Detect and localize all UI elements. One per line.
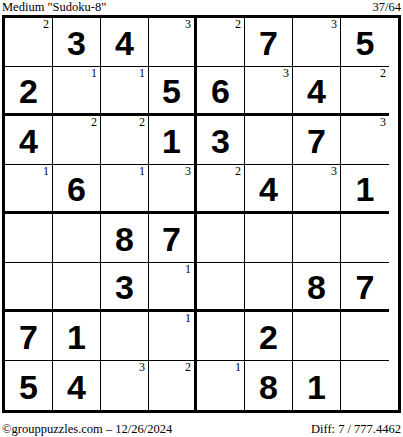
cell-value: 1 xyxy=(356,172,375,206)
cell-r1c2[interactable]: 3 xyxy=(53,18,101,67)
cell-value: 5 xyxy=(162,74,181,108)
cell-r4c7[interactable]: 3 xyxy=(293,165,341,214)
cell-r5c4[interactable]: 7 xyxy=(149,214,197,263)
pencil-mark: 2 xyxy=(185,361,191,374)
pencil-mark: 2 xyxy=(235,18,241,31)
pencil-mark: 3 xyxy=(139,361,145,374)
cell-r3c6[interactable] xyxy=(245,116,293,165)
cell-r1c7[interactable]: 3 xyxy=(293,18,341,67)
cell-r5c7[interactable] xyxy=(293,214,341,263)
cell-r8c7[interactable]: 1 xyxy=(293,361,341,410)
cell-value: 7 xyxy=(162,222,181,256)
cell-r6c6[interactable] xyxy=(245,263,293,312)
cell-r5c5[interactable] xyxy=(197,214,245,263)
pencil-mark: 3 xyxy=(331,165,337,178)
cell-r8c6[interactable]: 8 xyxy=(245,361,293,410)
cell-value: 8 xyxy=(307,270,326,304)
cell-value: 7 xyxy=(259,26,278,60)
cell-r8c5[interactable]: 1 xyxy=(197,361,245,410)
pencil-mark: 2 xyxy=(43,18,49,31)
cell-r7c1[interactable]: 7 xyxy=(5,312,53,361)
pencil-mark: 3 xyxy=(380,116,386,129)
pencil-mark: 3 xyxy=(185,165,191,178)
header: Medium "Sudoku-8" 37/64 xyxy=(0,0,403,14)
cell-value: 6 xyxy=(211,74,230,108)
cell-r1c1[interactable]: 2 xyxy=(5,18,53,67)
cell-r5c8[interactable] xyxy=(341,214,389,263)
pencil-mark: 1 xyxy=(43,165,49,178)
cell-r2c2[interactable]: 1 xyxy=(53,67,101,116)
cell-r4c3[interactable]: 1 xyxy=(101,165,149,214)
cell-value: 4 xyxy=(19,124,38,158)
footer: ©grouppuzzles.com – 12/26/2024 Diff: 7 /… xyxy=(0,422,403,437)
cell-value: 2 xyxy=(19,74,38,108)
cell-r6c8[interactable]: 7 xyxy=(341,263,389,312)
copyright-date-text: ©grouppuzzles.com – 12/26/2024 xyxy=(2,423,172,436)
cell-value: 1 xyxy=(162,124,181,158)
cell-value: 1 xyxy=(67,320,86,354)
cell-r7c2[interactable]: 1 xyxy=(53,312,101,361)
cell-r8c8[interactable] xyxy=(341,361,389,410)
cell-r4c8[interactable]: 1 xyxy=(341,165,389,214)
pencil-mark: 1 xyxy=(185,263,191,276)
cell-r6c2[interactable] xyxy=(53,263,101,312)
pencil-mark: 3 xyxy=(283,67,289,80)
cell-value: 3 xyxy=(211,124,230,158)
cell-r5c2[interactable] xyxy=(53,214,101,263)
cell-r7c4[interactable]: 1 xyxy=(149,312,197,361)
cell-r3c5[interactable]: 3 xyxy=(197,116,245,165)
pencil-mark: 1 xyxy=(235,361,241,374)
cell-r6c3[interactable]: 3 xyxy=(101,263,149,312)
cell-r1c3[interactable]: 4 xyxy=(101,18,149,67)
cell-r4c6[interactable]: 4 xyxy=(245,165,293,214)
cell-r5c3[interactable]: 8 xyxy=(101,214,149,263)
cell-r3c1[interactable]: 4 xyxy=(5,116,53,165)
cell-value: 4 xyxy=(307,74,326,108)
cell-r1c6[interactable]: 7 xyxy=(245,18,293,67)
cell-value: 1 xyxy=(307,370,326,404)
pencil-mark: 1 xyxy=(185,312,191,325)
pencil-mark: 1 xyxy=(139,67,145,80)
pencil-mark: 3 xyxy=(185,18,191,31)
cell-r2c6[interactable]: 3 xyxy=(245,67,293,116)
cell-r8c4[interactable]: 2 xyxy=(149,361,197,410)
sudoku-page: Medium "Sudoku-8" 37/64 2343273521156342… xyxy=(0,0,403,437)
cell-r5c1[interactable] xyxy=(5,214,53,263)
cell-r4c1[interactable]: 1 xyxy=(5,165,53,214)
cell-r1c4[interactable]: 3 xyxy=(149,18,197,67)
cell-value: 4 xyxy=(115,26,134,60)
sudoku-board: 2343273521156342422137316132431873187711… xyxy=(2,15,401,413)
cell-r3c7[interactable]: 7 xyxy=(293,116,341,165)
cell-value: 2 xyxy=(259,320,278,354)
cell-r6c5[interactable] xyxy=(197,263,245,312)
cell-r3c2[interactable]: 2 xyxy=(53,116,101,165)
cell-value: 7 xyxy=(19,320,38,354)
cell-value: 5 xyxy=(19,370,38,404)
cell-r6c1[interactable] xyxy=(5,263,53,312)
cell-value: 4 xyxy=(259,172,278,206)
cell-value: 4 xyxy=(67,370,86,404)
cell-r3c3[interactable]: 2 xyxy=(101,116,149,165)
cell-value: 5 xyxy=(356,26,375,60)
difficulty-text: Diff: 7 / 777.4462 xyxy=(311,423,401,436)
cell-r3c8[interactable]: 3 xyxy=(341,116,389,165)
cell-r7c6[interactable]: 2 xyxy=(245,312,293,361)
cell-value: 8 xyxy=(259,370,278,404)
cell-r8c3[interactable]: 3 xyxy=(101,361,149,410)
cell-r2c5[interactable]: 6 xyxy=(197,67,245,116)
cell-r2c1[interactable]: 2 xyxy=(5,67,53,116)
cell-r4c2[interactable]: 6 xyxy=(53,165,101,214)
pencil-mark: 2 xyxy=(139,116,145,129)
cell-r7c5[interactable] xyxy=(197,312,245,361)
pencil-mark: 2 xyxy=(235,165,241,178)
progress-counter: 37/64 xyxy=(373,1,401,14)
cell-r2c3[interactable]: 1 xyxy=(101,67,149,116)
cell-r6c4[interactable]: 1 xyxy=(149,263,197,312)
pencil-mark: 1 xyxy=(91,67,97,80)
cell-r2c8[interactable]: 2 xyxy=(341,67,389,116)
cell-r4c4[interactable]: 3 xyxy=(149,165,197,214)
cell-r2c7[interactable]: 4 xyxy=(293,67,341,116)
cell-r8c1[interactable]: 5 xyxy=(5,361,53,410)
cell-value: 7 xyxy=(307,124,326,158)
cell-r7c8[interactable] xyxy=(341,312,389,361)
puzzle-title: Medium "Sudoku-8" xyxy=(2,1,106,14)
cell-r7c7[interactable] xyxy=(293,312,341,361)
cell-r2c4[interactable]: 5 xyxy=(149,67,197,116)
pencil-mark: 2 xyxy=(91,116,97,129)
cell-r1c8[interactable]: 5 xyxy=(341,18,389,67)
cell-value: 3 xyxy=(115,270,134,304)
cell-value: 7 xyxy=(356,270,375,304)
cell-r4c5[interactable]: 2 xyxy=(197,165,245,214)
cell-r1c5[interactable]: 2 xyxy=(197,18,245,67)
pencil-mark: 3 xyxy=(331,18,337,31)
cell-r3c4[interactable]: 1 xyxy=(149,116,197,165)
cell-r6c7[interactable]: 8 xyxy=(293,263,341,312)
cell-r5c6[interactable] xyxy=(245,214,293,263)
pencil-mark: 1 xyxy=(139,165,145,178)
cell-r8c2[interactable]: 4 xyxy=(53,361,101,410)
cell-value: 3 xyxy=(67,26,86,60)
pencil-mark: 2 xyxy=(380,67,386,80)
cell-value: 6 xyxy=(67,172,86,206)
cell-value: 8 xyxy=(115,222,134,256)
cell-r7c3[interactable] xyxy=(101,312,149,361)
